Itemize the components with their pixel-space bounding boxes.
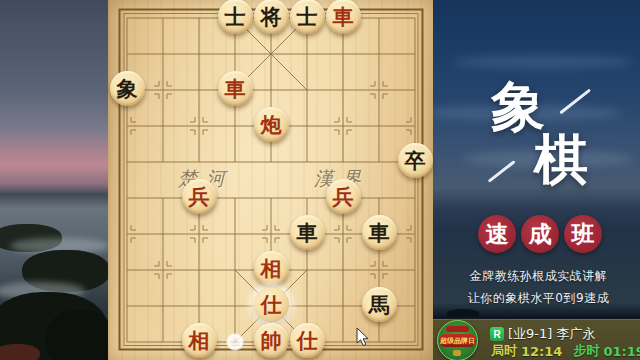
rank-icon: R (490, 327, 504, 341)
promo-desc-line2: 让你的象棋水平0到9速成 (437, 290, 640, 307)
xiangqi-piece-black[interactable]: 卒 (398, 143, 433, 178)
xiangqi-piece-red[interactable]: 車 (326, 0, 361, 34)
course-badge-su: 速 (478, 215, 516, 253)
game-time-label: 局时 (491, 342, 517, 360)
course-badge-ban: 班 (564, 215, 602, 253)
rock (45, 310, 115, 360)
xiangqi-piece-black[interactable]: 士 (290, 0, 325, 34)
xiangqi-piece-red[interactable]: 兵 (182, 179, 217, 214)
xiangqi-piece-red[interactable]: 車 (218, 71, 253, 106)
last-move-marker (226, 333, 244, 351)
xiangqi-piece-black[interactable]: 将 (254, 0, 289, 34)
brand-badge: 超级品牌日 (437, 320, 478, 360)
course-badge-cheng: 成 (521, 215, 559, 253)
background-photo-left (0, 0, 108, 360)
player-name: [业9-1] 李广永 (508, 325, 596, 343)
player-info-bar: 超级品牌日 R [业9-1] 李广永 局时 12:14 步时 01:19 (433, 319, 640, 360)
xiangqi-piece-red[interactable]: 仕 (290, 323, 325, 358)
promo-desc-line1: 金牌教练孙根成实战讲解 (437, 268, 640, 285)
xiangqi-piece-red[interactable]: 帥 (254, 323, 289, 358)
app-window: 楚河 漢界 士将士車象車炮卒兵兵車車相仕馬相帥仕 象 棋 速 成 班 金牌教练孙… (0, 0, 640, 360)
xiangqi-piece-red[interactable]: 炮 (254, 107, 289, 142)
clock-row: 局时 12:14 步时 01:19 (491, 342, 640, 360)
xiangqi-piece-black[interactable]: 車 (362, 215, 397, 250)
xiangqi-piece-red[interactable]: 相 (254, 251, 289, 286)
badge-ribbon (446, 326, 469, 332)
promo-title-char-xiang: 象 (491, 79, 545, 133)
xiangqi-piece-black[interactable]: 馬 (362, 287, 397, 322)
badge-text: 超级品牌日 (439, 334, 476, 347)
xiangqi-piece-black[interactable]: 車 (290, 215, 325, 250)
badge-trophy-icon (453, 350, 461, 356)
xiangqi-piece-red[interactable]: 相 (182, 323, 217, 358)
game-time-value: 12:14 (521, 344, 562, 359)
xiangqi-piece-red[interactable]: 兵 (326, 179, 361, 214)
cloud (453, 55, 633, 69)
xiangqi-piece-red[interactable]: 仕 (254, 287, 289, 322)
xiangqi-board[interactable]: 楚河 漢界 士将士車象車炮卒兵兵車車相仕馬相帥仕 (108, 0, 433, 360)
xiangqi-piece-black[interactable]: 象 (110, 71, 145, 106)
move-time-label: 步时 (573, 342, 599, 360)
move-time-value: 01:19 (603, 344, 640, 359)
promo-title-char-qi: 棋 (534, 132, 588, 186)
xiangqi-piece-black[interactable]: 士 (218, 0, 253, 34)
mouse-cursor (355, 327, 371, 349)
rock-warm (0, 344, 40, 360)
island-silhouette (447, 309, 479, 317)
